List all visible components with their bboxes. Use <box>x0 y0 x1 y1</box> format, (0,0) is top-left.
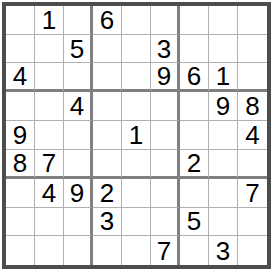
cell-r9c4[interactable] <box>93 236 122 265</box>
cell-r3c5[interactable] <box>122 63 151 92</box>
cell-r7c8[interactable] <box>209 179 238 208</box>
cell-r4c9[interactable]: 8 <box>238 92 267 121</box>
cell-r6c9[interactable] <box>238 150 267 179</box>
cell-r4c3[interactable]: 4 <box>64 92 93 121</box>
cell-r3c7[interactable]: 6 <box>180 63 209 92</box>
cell-r1c1[interactable] <box>6 6 35 35</box>
cell-r2c9[interactable] <box>238 35 267 64</box>
cell-r8c9[interactable] <box>238 208 267 237</box>
cell-r4c8[interactable]: 9 <box>209 92 238 121</box>
cell-r8c7[interactable]: 5 <box>180 208 209 237</box>
cell-r5c2[interactable] <box>35 121 64 150</box>
cell-r9c3[interactable] <box>64 236 93 265</box>
cell-r7c2[interactable]: 4 <box>35 179 64 208</box>
cell-r6c7[interactable]: 2 <box>180 150 209 179</box>
cell-r2c6[interactable]: 3 <box>151 35 180 64</box>
cell-r9c5[interactable] <box>122 236 151 265</box>
cell-r8c1[interactable] <box>6 208 35 237</box>
cell-r3c3[interactable] <box>64 63 93 92</box>
cell-r3c6[interactable]: 9 <box>151 63 180 92</box>
cell-r7c6[interactable] <box>151 179 180 208</box>
cell-r7c1[interactable] <box>6 179 35 208</box>
cell-r5c1[interactable]: 9 <box>6 121 35 150</box>
cell-r9c8[interactable]: 3 <box>209 236 238 265</box>
cell-r1c5[interactable] <box>122 6 151 35</box>
cell-r6c5[interactable] <box>122 150 151 179</box>
cell-r7c7[interactable] <box>180 179 209 208</box>
cell-r2c1[interactable] <box>6 35 35 64</box>
cell-r5c5[interactable]: 1 <box>122 121 151 150</box>
sudoku-board: 1653496149891487249273573 <box>2 2 271 269</box>
cell-r4c5[interactable] <box>122 92 151 121</box>
cell-r2c5[interactable] <box>122 35 151 64</box>
cell-r7c4[interactable]: 2 <box>93 179 122 208</box>
cell-r5c8[interactable] <box>209 121 238 150</box>
cell-r5c9[interactable]: 4 <box>238 121 267 150</box>
cell-r9c2[interactable] <box>35 236 64 265</box>
cell-r3c1[interactable]: 4 <box>6 63 35 92</box>
cell-r3c2[interactable] <box>35 63 64 92</box>
cell-r9c6[interactable]: 7 <box>151 236 180 265</box>
cell-r6c8[interactable] <box>209 150 238 179</box>
cell-r5c7[interactable] <box>180 121 209 150</box>
cell-r1c9[interactable] <box>238 6 267 35</box>
cell-r7c5[interactable] <box>122 179 151 208</box>
cell-r1c6[interactable] <box>151 6 180 35</box>
cell-r5c3[interactable] <box>64 121 93 150</box>
cell-r6c2[interactable]: 7 <box>35 150 64 179</box>
cell-r7c3[interactable]: 9 <box>64 179 93 208</box>
cell-r2c4[interactable] <box>93 35 122 64</box>
cell-r8c2[interactable] <box>35 208 64 237</box>
cell-r8c6[interactable] <box>151 208 180 237</box>
cell-r7c9[interactable]: 7 <box>238 179 267 208</box>
cell-r6c4[interactable] <box>93 150 122 179</box>
cell-r3c4[interactable] <box>93 63 122 92</box>
cell-r5c4[interactable] <box>93 121 122 150</box>
cell-r8c4[interactable]: 3 <box>93 208 122 237</box>
cell-r6c1[interactable]: 8 <box>6 150 35 179</box>
cell-r3c8[interactable]: 1 <box>209 63 238 92</box>
cell-r9c1[interactable] <box>6 236 35 265</box>
cell-r3c9[interactable] <box>238 63 267 92</box>
cell-r4c4[interactable] <box>93 92 122 121</box>
cell-r2c3[interactable]: 5 <box>64 35 93 64</box>
cell-r8c8[interactable] <box>209 208 238 237</box>
cell-r9c7[interactable] <box>180 236 209 265</box>
cell-r1c4[interactable]: 6 <box>93 6 122 35</box>
cell-r1c3[interactable] <box>64 6 93 35</box>
cell-r4c1[interactable] <box>6 92 35 121</box>
cell-r8c5[interactable] <box>122 208 151 237</box>
cell-r1c7[interactable] <box>180 6 209 35</box>
cell-r6c3[interactable] <box>64 150 93 179</box>
cell-r2c7[interactable] <box>180 35 209 64</box>
cell-r2c2[interactable] <box>35 35 64 64</box>
cell-r1c2[interactable]: 1 <box>35 6 64 35</box>
cell-r9c9[interactable] <box>238 236 267 265</box>
cell-r5c6[interactable] <box>151 121 180 150</box>
cell-r1c8[interactable] <box>209 6 238 35</box>
cell-r2c8[interactable] <box>209 35 238 64</box>
cell-r6c6[interactable] <box>151 150 180 179</box>
cell-r4c6[interactable] <box>151 92 180 121</box>
cell-r8c3[interactable] <box>64 208 93 237</box>
cell-r4c2[interactable] <box>35 92 64 121</box>
cell-r4c7[interactable] <box>180 92 209 121</box>
